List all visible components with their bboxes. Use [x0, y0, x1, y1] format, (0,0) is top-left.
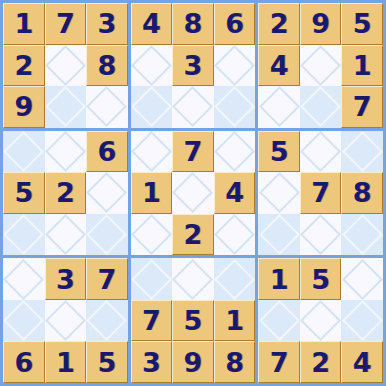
- cell-r2c5: 3: [172, 45, 214, 87]
- cell-r8c9[interactable]: [341, 300, 383, 342]
- cell-r5c7[interactable]: [258, 172, 300, 214]
- cell-r3c2[interactable]: [45, 86, 87, 128]
- cell-r7c4[interactable]: [131, 258, 173, 300]
- cell-r3c9: 7: [341, 86, 383, 128]
- cell-r6c6[interactable]: [214, 214, 256, 256]
- cell-r5c8: 7: [300, 172, 342, 214]
- empty-cell-diamond-icon: [259, 300, 300, 341]
- empty-cell-diamond-icon: [45, 45, 86, 86]
- cell-r8c5: 5: [172, 300, 214, 342]
- empty-cell-diamond-icon: [86, 300, 127, 341]
- empty-cell-diamond-icon: [45, 86, 86, 127]
- cell-r5c1: 5: [3, 172, 45, 214]
- cell-r9c9: 4: [341, 341, 383, 383]
- empty-cell-diamond-icon: [131, 214, 172, 255]
- cell-r3c4[interactable]: [131, 86, 173, 128]
- cell-r4c1[interactable]: [3, 131, 45, 173]
- cell-r9c1: 6: [3, 341, 45, 383]
- cell-r2c7: 4: [258, 45, 300, 87]
- cell-r6c1[interactable]: [3, 214, 45, 256]
- cell-r4c6[interactable]: [214, 131, 256, 173]
- box-1-2: 4863: [131, 3, 256, 128]
- cell-r3c6[interactable]: [214, 86, 256, 128]
- cell-r8c8[interactable]: [300, 300, 342, 342]
- cell-r1c2: 7: [45, 3, 87, 45]
- cell-r7c1[interactable]: [3, 258, 45, 300]
- cell-r9c2: 1: [45, 341, 87, 383]
- cell-r7c5[interactable]: [172, 258, 214, 300]
- cell-r8c6: 1: [214, 300, 256, 342]
- cell-r5c5[interactable]: [172, 172, 214, 214]
- cell-r2c4[interactable]: [131, 45, 173, 87]
- cell-r2c3: 8: [86, 45, 128, 87]
- cell-r4c9[interactable]: [341, 131, 383, 173]
- empty-cell-diamond-icon: [214, 259, 255, 300]
- cell-r1c8: 9: [300, 3, 342, 45]
- empty-cell-diamond-icon: [86, 172, 127, 213]
- empty-cell-diamond-icon: [214, 214, 255, 255]
- cell-r9c8: 2: [300, 341, 342, 383]
- cell-r9c4: 3: [131, 341, 173, 383]
- cell-r6c4[interactable]: [131, 214, 173, 256]
- empty-cell-diamond-icon: [172, 172, 213, 213]
- box-2-3: 578: [258, 131, 383, 256]
- cell-r7c9[interactable]: [341, 258, 383, 300]
- cell-r1c6: 6: [214, 3, 256, 45]
- cell-r5c6: 4: [214, 172, 256, 214]
- empty-cell-diamond-icon: [3, 131, 44, 172]
- empty-cell-diamond-icon: [300, 86, 341, 127]
- cell-r8c7[interactable]: [258, 300, 300, 342]
- empty-cell-diamond-icon: [342, 300, 383, 341]
- cell-r6c2[interactable]: [45, 214, 87, 256]
- cell-r8c3[interactable]: [86, 300, 128, 342]
- cell-r9c6: 8: [214, 341, 256, 383]
- empty-cell-diamond-icon: [131, 45, 172, 86]
- cell-r6c7[interactable]: [258, 214, 300, 256]
- cell-r4c5: 7: [172, 131, 214, 173]
- cell-r3c7[interactable]: [258, 86, 300, 128]
- cell-r7c2: 3: [45, 258, 87, 300]
- cell-r4c4[interactable]: [131, 131, 173, 173]
- empty-cell-diamond-icon: [131, 131, 172, 172]
- cell-r1c1: 1: [3, 3, 45, 45]
- cell-r7c7: 1: [258, 258, 300, 300]
- empty-cell-diamond-icon: [45, 300, 86, 341]
- cell-r7c6[interactable]: [214, 258, 256, 300]
- empty-cell-diamond-icon: [214, 131, 255, 172]
- empty-cell-diamond-icon: [131, 259, 172, 300]
- cell-r5c2: 2: [45, 172, 87, 214]
- empty-cell-diamond-icon: [342, 214, 383, 255]
- empty-cell-diamond-icon: [131, 86, 172, 127]
- cell-r5c4: 1: [131, 172, 173, 214]
- empty-cell-diamond-icon: [259, 86, 300, 127]
- cell-r1c5: 8: [172, 3, 214, 45]
- cell-r9c7: 7: [258, 341, 300, 383]
- box-3-1: 37615: [3, 258, 128, 383]
- cell-r2c6[interactable]: [214, 45, 256, 87]
- cell-r6c8[interactable]: [300, 214, 342, 256]
- empty-cell-diamond-icon: [172, 86, 213, 127]
- cell-r8c2[interactable]: [45, 300, 87, 342]
- empty-cell-diamond-icon: [300, 131, 341, 172]
- empty-cell-diamond-icon: [214, 45, 255, 86]
- cell-r2c9: 1: [341, 45, 383, 87]
- cell-r2c1: 2: [3, 45, 45, 87]
- empty-cell-diamond-icon: [300, 300, 341, 341]
- sudoku-board: 1732894863295417652714257837615751398157…: [0, 0, 386, 386]
- empty-cell-diamond-icon: [3, 300, 44, 341]
- box-1-3: 295417: [258, 3, 383, 128]
- empty-cell-diamond-icon: [300, 45, 341, 86]
- cell-r2c2[interactable]: [45, 45, 87, 87]
- cell-r3c5[interactable]: [172, 86, 214, 128]
- cell-r8c1[interactable]: [3, 300, 45, 342]
- box-2-1: 652: [3, 131, 128, 256]
- cell-r7c8: 5: [300, 258, 342, 300]
- box-2-2: 7142: [131, 131, 256, 256]
- empty-cell-diamond-icon: [3, 259, 44, 300]
- empty-cell-diamond-icon: [259, 172, 300, 213]
- cell-r4c3: 6: [86, 131, 128, 173]
- cell-r1c4: 4: [131, 3, 173, 45]
- empty-cell-diamond-icon: [172, 259, 213, 300]
- cell-r2c8[interactable]: [300, 45, 342, 87]
- box-3-2: 751398: [131, 258, 256, 383]
- cell-r9c3: 5: [86, 341, 128, 383]
- cell-r5c3[interactable]: [86, 172, 128, 214]
- cell-r1c7: 2: [258, 3, 300, 45]
- cell-r4c8[interactable]: [300, 131, 342, 173]
- cell-r8c4: 7: [131, 300, 173, 342]
- cell-r1c3: 3: [86, 3, 128, 45]
- cell-r4c7: 5: [258, 131, 300, 173]
- empty-cell-diamond-icon: [86, 214, 127, 255]
- cell-r4c2[interactable]: [45, 131, 87, 173]
- empty-cell-diamond-icon: [259, 214, 300, 255]
- empty-cell-diamond-icon: [342, 131, 383, 172]
- box-1-1: 173289: [3, 3, 128, 128]
- empty-cell-diamond-icon: [342, 259, 383, 300]
- cell-r3c8[interactable]: [300, 86, 342, 128]
- empty-cell-diamond-icon: [45, 214, 86, 255]
- cell-r7c3: 7: [86, 258, 128, 300]
- empty-cell-diamond-icon: [45, 131, 86, 172]
- box-3-3: 15724: [258, 258, 383, 383]
- cell-r9c5: 9: [172, 341, 214, 383]
- cell-r6c9[interactable]: [341, 214, 383, 256]
- cell-r1c9: 5: [341, 3, 383, 45]
- empty-cell-diamond-icon: [300, 214, 341, 255]
- empty-cell-diamond-icon: [86, 86, 127, 127]
- cell-r3c3[interactable]: [86, 86, 128, 128]
- empty-cell-diamond-icon: [3, 214, 44, 255]
- empty-cell-diamond-icon: [214, 86, 255, 127]
- cell-r6c5: 2: [172, 214, 214, 256]
- cell-r3c1: 9: [3, 86, 45, 128]
- cell-r6c3[interactable]: [86, 214, 128, 256]
- cell-r5c9: 8: [341, 172, 383, 214]
